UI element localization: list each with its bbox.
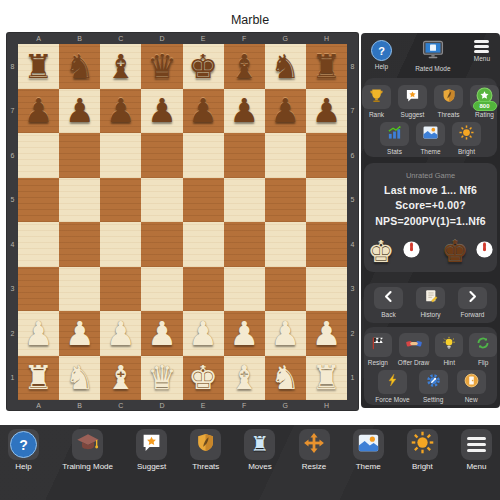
resign-button[interactable]: Resign [364,333,392,366]
coord-label: E [183,400,224,410]
square-b6[interactable] [59,133,100,178]
file-labels-bottom: ABCDEFGH [18,400,347,410]
bottom-bright-label: Bright [412,462,433,471]
coord-label: 4 [7,222,18,267]
setting-button[interactable]: Setting [419,370,448,403]
square-a7[interactable]: ♟ [18,89,59,134]
lightbulb-icon [442,336,456,355]
bottom-threats-button[interactable]: Threats [190,429,221,471]
black-king: ♚ [188,50,218,83]
page-title: Marble [0,13,500,27]
stats-button[interactable]: Stats [380,122,409,155]
actions-box: Resign Offer Draw Hint Flip Fo [364,327,497,405]
coord-label: H [306,33,347,44]
coord-label: 4 [347,222,358,267]
speech-star-icon [405,88,420,107]
handshake-icon [406,336,422,354]
square-e1[interactable]: ♚ [183,356,224,401]
black-pawn: ♟ [24,94,54,127]
coord-label: 5 [7,178,18,223]
square-c3[interactable] [100,267,141,312]
white-queen: ♛ [147,361,177,394]
square-a8[interactable]: ♜ [18,44,59,89]
black-pawn: ♟ [147,94,177,127]
white-king: ♚ [188,361,218,394]
bar-chart-icon [387,125,402,144]
white-knight: ♞ [65,361,95,394]
shield-icon [442,88,456,107]
square-h1[interactable]: ♜ [306,356,347,401]
coord-label: 2 [7,311,18,356]
square-e5[interactable] [183,178,224,223]
bright-label: Bright [458,148,475,155]
coord-label: 7 [347,89,358,134]
square-f6[interactable] [224,133,265,178]
square-c4[interactable] [100,222,141,267]
square-g5[interactable] [265,178,306,223]
rook-arrows-icon: ♜ [250,434,269,455]
square-f8[interactable]: ♝ [224,44,265,89]
square-f3[interactable] [224,267,265,312]
square-c1[interactable]: ♝ [100,356,141,401]
bright-button[interactable]: Bright [452,122,481,155]
coord-label: 2 [347,311,358,356]
coord-label: A [18,400,59,410]
history-label: History [420,311,440,318]
square-b7[interactable]: ♟ [59,89,100,134]
square-b3[interactable] [59,267,100,312]
resize-button[interactable]: Resize [299,429,330,471]
square-d8[interactable]: ♛ [141,44,182,89]
square-c7[interactable]: ♟ [100,89,141,134]
chevron-right-icon [466,289,479,307]
rank-label: Rank [369,111,384,118]
square-b8[interactable]: ♞ [59,44,100,89]
speech-star-icon [141,432,162,457]
square-f5[interactable] [224,178,265,223]
black-knight: ♞ [271,50,301,83]
square-h2[interactable]: ♟ [306,311,347,356]
sun-icon [459,125,474,144]
nps-text: NPS=200PV(1)=1..Nf6 [364,215,497,227]
square-e6[interactable] [183,133,224,178]
rated-mode-label: Rated Mode [415,65,450,72]
rank-button[interactable]: Rank [362,85,391,118]
white-rook: ♜ [24,361,54,394]
white-rook: ♜ [312,361,342,394]
square-h3[interactable] [306,267,347,312]
square-h4[interactable] [306,222,347,267]
square-a6[interactable] [18,133,59,178]
square-b4[interactable] [59,222,100,267]
board-grid[interactable]: ♜♞♝♛♚♝♞♜♟♟♟♟♟♟♟♟♟♟♟♟♟♟♟♟♜♞♝♛♚♝♞♜ [18,44,347,400]
square-f4[interactable] [224,222,265,267]
new-label: New [465,396,478,403]
square-e4[interactable] [183,222,224,267]
black-rook: ♜ [312,50,342,83]
square-g1[interactable]: ♞ [265,356,306,401]
square-d7[interactable]: ♟ [141,89,182,134]
offer-draw-button[interactable]: Offer Draw [398,333,429,366]
moves-button[interactable]: ♜ Moves [244,429,275,471]
hamburger-icon [474,40,489,53]
rated-mode-button[interactable]: Rated Mode [415,40,450,78]
square-c5[interactable] [100,178,141,223]
coord-label: 1 [347,356,358,401]
force-move-label: Force Move [375,396,409,403]
rating-badge: 800 [472,101,496,111]
white-pawn: ♟ [24,317,54,350]
white-pawn: ♟ [147,317,177,350]
nav-box: Back History Forward [364,283,497,323]
black-pawn: ♟ [229,94,259,127]
coord-label: E [183,33,224,44]
coord-label: G [265,400,306,410]
back-button[interactable]: Back [374,287,403,318]
white-clock-icon [403,241,420,262]
gear-icon [426,373,441,392]
bottom-resize-label: Resize [302,462,326,471]
hint-label: Hint [443,359,455,366]
square-g7[interactable]: ♟ [265,89,306,134]
coord-label: B [59,400,100,410]
square-c6[interactable] [100,133,141,178]
threats-label: Threats [437,111,459,118]
trophy-icon [369,88,384,107]
coord-label: 3 [7,267,18,312]
bottom-suggest-button[interactable]: Suggest [136,429,167,471]
white-pawn: ♟ [65,317,95,350]
coord-label: B [59,33,100,44]
coord-label: D [141,33,182,44]
square-b5[interactable] [59,178,100,223]
bottom-menu-button[interactable]: Menu [461,429,492,471]
chess-app: Marble ABCDEFGH 87654321 ♜♞♝♛♚♝♞♜♟♟♟♟♟♟♟… [0,0,500,500]
help-icon: ? [371,40,392,61]
coord-label: C [100,400,141,410]
square-d6[interactable] [141,133,182,178]
bottom-toolbar: ? Help Training Mode Suggest Threats ♜ M… [0,425,500,500]
bottom-theme-button[interactable]: Theme [353,429,384,471]
file-labels-top: ABCDEFGH [18,33,347,44]
bottom-help-button[interactable]: ? Help [8,429,39,471]
black-king-icon: ♚ [442,237,469,267]
coord-label: C [100,33,141,44]
monitor-icon [422,40,444,63]
coord-label: A [18,33,59,44]
black-bishop: ♝ [106,50,136,83]
coord-label: 6 [347,133,358,178]
checkered-flag-icon [371,336,385,354]
white-bishop: ♝ [106,361,136,394]
coord-label: 7 [7,89,18,134]
bottom-menu-label: Menu [466,462,486,471]
square-d3[interactable] [141,267,182,312]
hamburger-icon [467,437,486,452]
game-info-box: Unrated Game Last move 1... Nf6 Score=+0… [364,163,497,272]
square-d5[interactable] [141,178,182,223]
square-d1[interactable]: ♛ [141,356,182,401]
square-h8[interactable]: ♜ [306,44,347,89]
rating-label: Rating [475,111,494,118]
black-pawn: ♟ [65,94,95,127]
square-e3[interactable] [183,267,224,312]
move-arrows-icon [303,432,325,458]
chevron-left-icon [382,289,395,307]
white-pawn: ♟ [271,317,301,350]
picture-icon [358,434,379,456]
square-e8[interactable]: ♚ [183,44,224,89]
bottom-suggest-label: Suggest [137,462,166,471]
suggest-label: Suggest [401,111,425,118]
sun-icon [411,431,434,458]
coord-label: D [141,400,182,410]
square-f2[interactable]: ♟ [224,311,265,356]
square-f1[interactable]: ♝ [224,356,265,401]
coord-label: G [265,33,306,44]
force-move-button[interactable]: Force Move [375,370,409,403]
scroll-pencil-icon [424,289,438,307]
recycle-arrows-icon [476,336,490,354]
bottom-threats-label: Threats [192,462,219,471]
rating-button[interactable]: 800 Rating [470,85,499,118]
black-pawn: ♟ [106,94,136,127]
offer-draw-label: Offer Draw [398,359,429,366]
square-a2[interactable]: ♟ [18,311,59,356]
menu-label: Menu [474,55,490,62]
suggest-button[interactable]: Suggest [398,85,427,118]
coord-label: F [224,400,265,410]
white-knight: ♞ [271,361,301,394]
square-b1[interactable]: ♞ [59,356,100,401]
right-panel: ? Help Rated Mode Menu Rank [361,33,500,408]
black-pawn: ♟ [312,94,342,127]
black-clock-icon [476,241,493,262]
chess-board: ABCDEFGH 87654321 ♜♞♝♛♚♝♞♜♟♟♟♟♟♟♟♟♟♟♟♟♟♟… [7,33,358,410]
flip-label: Flip [478,359,488,366]
square-c8[interactable]: ♝ [100,44,141,89]
picture-icon [423,125,438,143]
stats-label: Stats [387,148,402,155]
coord-label: H [306,400,347,410]
setting-label: Setting [423,396,443,403]
training-mode-button[interactable]: Training Mode [62,429,113,471]
forward-label: Forward [461,311,485,318]
square-h6[interactable] [306,133,347,178]
back-label: Back [381,311,395,318]
bottom-theme-label: Theme [356,462,381,471]
square-h5[interactable] [306,178,347,223]
graduation-cap-icon [76,432,100,458]
square-h7[interactable]: ♟ [306,89,347,134]
theme-label: Theme [420,148,440,155]
black-queen: ♛ [147,50,177,83]
new-game-icon [464,373,479,392]
threats-button[interactable]: Threats [434,85,463,118]
rank-labels-left: 87654321 [7,44,18,400]
shield-icon [196,432,215,457]
moves-label: Moves [248,462,272,471]
forward-button[interactable]: Forward [458,287,487,318]
black-pawn: ♟ [271,94,301,127]
square-f7[interactable]: ♟ [224,89,265,134]
lightning-icon [386,373,399,391]
history-button[interactable]: History [416,287,445,318]
black-pawn: ♟ [188,94,218,127]
white-king-icon: ♚ [368,237,395,267]
coord-label: 8 [347,44,358,89]
bottom-help-label: Help [15,462,31,471]
bottom-bright-button[interactable]: Bright [407,429,438,471]
square-g6[interactable] [265,133,306,178]
new-button[interactable]: New [457,370,486,403]
white-pawn: ♟ [188,317,218,350]
coord-label: 6 [7,133,18,178]
white-bishop: ♝ [229,361,259,394]
coord-label: 5 [347,178,358,223]
square-b2[interactable]: ♟ [59,311,100,356]
square-a3[interactable] [18,267,59,312]
menu-button[interactable]: Menu [474,40,490,78]
white-pawn: ♟ [106,317,136,350]
help-icon: ? [10,431,37,458]
square-c2[interactable]: ♟ [100,311,141,356]
square-g3[interactable] [265,267,306,312]
square-g4[interactable] [265,222,306,267]
square-d2[interactable]: ♟ [141,311,182,356]
flip-button[interactable]: Flip [469,333,497,366]
coord-label: 1 [7,356,18,401]
game-mode-label: Unrated Game [364,171,497,180]
black-rook: ♜ [24,50,54,83]
hint-button[interactable]: Hint [435,333,463,366]
help-button[interactable]: ? Help [371,40,392,78]
tools-box: Rank Suggest Threats 800 Rating [364,78,497,157]
black-knight: ♞ [65,50,95,83]
square-g2[interactable]: ♟ [265,311,306,356]
theme-button[interactable]: Theme [416,122,445,155]
last-move-text: Last move 1... Nf6 [364,184,497,196]
resign-label: Resign [368,359,388,366]
coord-label: 3 [347,267,358,312]
square-a5[interactable] [18,178,59,223]
white-pawn: ♟ [229,317,259,350]
square-e7[interactable]: ♟ [183,89,224,134]
square-a4[interactable] [18,222,59,267]
rank-labels-right: 87654321 [347,44,358,400]
black-bishop: ♝ [229,50,259,83]
coord-label: 8 [7,44,18,89]
help-label: Help [375,63,388,70]
score-text: Score=+0.00? [364,199,497,211]
training-mode-label: Training Mode [62,462,113,471]
square-a1[interactable]: ♜ [18,356,59,401]
coord-label: F [224,33,265,44]
square-d4[interactable] [141,222,182,267]
white-pawn: ♟ [312,317,342,350]
square-g8[interactable]: ♞ [265,44,306,89]
square-e2[interactable]: ♟ [183,311,224,356]
